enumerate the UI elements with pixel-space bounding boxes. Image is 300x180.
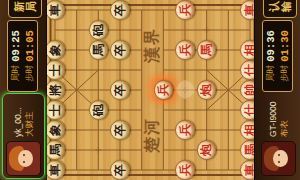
piece-red-cannon[interactable]: 炮 bbox=[197, 140, 217, 160]
red-timer: 局时 09:36 步时 01:30 bbox=[262, 20, 293, 92]
river-chu-he: 楚河 bbox=[142, 117, 163, 153]
piece-red-soldier[interactable]: 兵 bbox=[175, 160, 195, 180]
black-player-info: yk_00... 大财主 bbox=[2, 93, 45, 179]
red-player-name: GT-I9000 bbox=[268, 102, 279, 137]
red-player-avatar[interactable] bbox=[261, 141, 296, 176]
button-char: 输 bbox=[280, 1, 292, 12]
rotated-portrait-ui: yk_00... 大财主 局时 09:25 步时 01:05 新 局 bbox=[0, 0, 300, 180]
piece-black-advisor[interactable]: 士 bbox=[45, 100, 65, 120]
red-player-rank: 布衣 bbox=[279, 102, 290, 137]
black-game-time: 09:25 bbox=[10, 30, 22, 62]
piece-black-general[interactable]: 將 bbox=[45, 80, 65, 100]
piece-black-elephant[interactable]: 象 bbox=[45, 40, 65, 60]
last-move-origin bbox=[176, 81, 195, 100]
board[interactable]: 楚河 漢界 車馬象士將士象車砲馬砲卒卒卒卒卒兵兵兵兵兵炮炮馬車馬相仕帥仕相車 bbox=[46, 0, 258, 180]
black-player-panel: yk_00... 大财主 局时 09:25 步时 01:05 新 局 bbox=[0, 0, 47, 180]
red-player-panel: GT-I9000 布衣 局时 09:36 步时 01:30 认 输 bbox=[254, 0, 300, 180]
piece-black-soldier[interactable]: 卒 bbox=[110, 160, 130, 180]
piece-red-soldier[interactable]: 兵 bbox=[154, 80, 174, 100]
avatar-eye bbox=[23, 154, 25, 156]
piece-black-soldier[interactable]: 卒 bbox=[110, 40, 130, 60]
red-move-time: 01:30 bbox=[279, 30, 291, 62]
piece-black-cannon[interactable]: 砲 bbox=[89, 100, 109, 120]
piece-black-soldier[interactable]: 卒 bbox=[110, 120, 130, 140]
black-player-name: yk_00... bbox=[13, 107, 24, 137]
game-time-label: 局时 bbox=[10, 65, 22, 82]
red-player-info: GT-I9000 布衣 bbox=[257, 93, 300, 179]
piece-black-horse[interactable]: 馬 bbox=[89, 40, 109, 60]
piece-black-soldier[interactable]: 卒 bbox=[110, 80, 130, 100]
game-time-label: 局时 bbox=[265, 65, 277, 82]
black-player-rank: 大财主 bbox=[24, 107, 35, 137]
piece-red-soldier[interactable]: 兵 bbox=[175, 0, 195, 20]
piece-black-chariot[interactable]: 車 bbox=[45, 0, 65, 20]
piece-red-soldier[interactable]: 兵 bbox=[175, 40, 195, 60]
piece-red-horse[interactable]: 馬 bbox=[197, 40, 217, 60]
piece-red-cannon[interactable]: 炮 bbox=[197, 80, 217, 100]
avatar-eye bbox=[278, 154, 280, 156]
piece-black-cannon[interactable]: 砲 bbox=[89, 20, 109, 40]
red-game-time: 09:36 bbox=[265, 30, 277, 62]
black-player-avatar[interactable] bbox=[6, 141, 41, 176]
xiangqi-app: yk_00... 大财主 局时 09:25 步时 01:05 新 局 bbox=[0, 0, 300, 180]
new-game-button[interactable]: 新 局 bbox=[8, 0, 42, 18]
move-time-label: 步时 bbox=[24, 65, 36, 82]
black-move-time: 01:05 bbox=[24, 30, 36, 62]
avatar-face bbox=[18, 150, 33, 167]
river-han-jie: 漢界 bbox=[142, 27, 163, 63]
avatar-eye bbox=[23, 161, 25, 163]
button-char: 认 bbox=[268, 1, 280, 12]
piece-black-elephant[interactable]: 象 bbox=[45, 120, 65, 140]
piece-black-horse[interactable]: 馬 bbox=[45, 140, 65, 160]
button-char: 局 bbox=[25, 1, 37, 12]
move-time-label: 步时 bbox=[279, 65, 291, 82]
resign-button[interactable]: 认 输 bbox=[263, 0, 297, 18]
avatar-face bbox=[273, 150, 288, 167]
piece-black-advisor[interactable]: 士 bbox=[45, 60, 65, 80]
piece-black-chariot[interactable]: 車 bbox=[45, 160, 65, 180]
avatar-eye bbox=[278, 161, 280, 163]
button-char: 新 bbox=[13, 1, 25, 12]
piece-red-soldier[interactable]: 兵 bbox=[175, 120, 195, 140]
piece-black-soldier[interactable]: 卒 bbox=[110, 0, 130, 20]
black-timer: 局时 09:25 步时 01:05 bbox=[7, 20, 38, 92]
